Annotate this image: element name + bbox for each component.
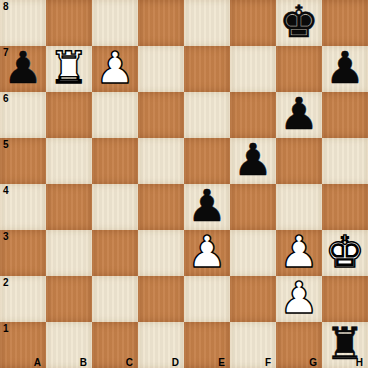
square-e6[interactable]: [184, 92, 230, 138]
square-a2[interactable]: 2: [0, 276, 46, 322]
square-h4[interactable]: [322, 184, 368, 230]
file-label-e: E: [218, 357, 225, 368]
square-g5[interactable]: [276, 138, 322, 184]
square-b4[interactable]: [46, 184, 92, 230]
square-f1[interactable]: F: [230, 322, 276, 368]
square-d1[interactable]: D: [138, 322, 184, 368]
square-a5[interactable]: 5: [0, 138, 46, 184]
square-a1[interactable]: 1A: [0, 322, 46, 368]
rank-label-2: 2: [3, 277, 9, 288]
square-h7[interactable]: ♟: [322, 46, 368, 92]
square-h6[interactable]: [322, 92, 368, 138]
black-pawn[interactable]: ♟: [3, 46, 42, 91]
square-d5[interactable]: [138, 138, 184, 184]
square-f5[interactable]: ♟: [230, 138, 276, 184]
square-d8[interactable]: [138, 0, 184, 46]
square-c7[interactable]: ♟: [92, 46, 138, 92]
square-f6[interactable]: [230, 92, 276, 138]
square-g2[interactable]: ♟: [276, 276, 322, 322]
square-a4[interactable]: 4: [0, 184, 46, 230]
square-c4[interactable]: [92, 184, 138, 230]
square-c6[interactable]: [92, 92, 138, 138]
square-d4[interactable]: [138, 184, 184, 230]
rank-label-1: 1: [3, 323, 9, 334]
square-g8[interactable]: ♚: [276, 0, 322, 46]
square-e8[interactable]: [184, 0, 230, 46]
square-c5[interactable]: [92, 138, 138, 184]
chess-board: 8♚7♟♜♟♟6♟5♟4♟3♟♟♚2♟1ABCDEFGH♜: [0, 0, 368, 368]
black-pawn[interactable]: ♟: [325, 46, 364, 91]
square-b3[interactable]: [46, 230, 92, 276]
square-b6[interactable]: [46, 92, 92, 138]
square-f3[interactable]: [230, 230, 276, 276]
rank-label-6: 6: [3, 93, 9, 104]
square-a8[interactable]: 8: [0, 0, 46, 46]
white-pawn[interactable]: ♟: [187, 230, 226, 275]
square-f2[interactable]: [230, 276, 276, 322]
square-f8[interactable]: [230, 0, 276, 46]
square-c8[interactable]: [92, 0, 138, 46]
black-pawn[interactable]: ♟: [279, 92, 318, 137]
square-h2[interactable]: [322, 276, 368, 322]
file-label-a: A: [34, 357, 41, 368]
square-c1[interactable]: C: [92, 322, 138, 368]
square-g6[interactable]: ♟: [276, 92, 322, 138]
square-b5[interactable]: [46, 138, 92, 184]
square-e2[interactable]: [184, 276, 230, 322]
white-pawn[interactable]: ♟: [95, 46, 134, 91]
square-e1[interactable]: E: [184, 322, 230, 368]
square-b1[interactable]: B: [46, 322, 92, 368]
square-g1[interactable]: G: [276, 322, 322, 368]
rank-label-5: 5: [3, 139, 9, 150]
square-a3[interactable]: 3: [0, 230, 46, 276]
file-label-g: G: [309, 357, 317, 368]
square-e7[interactable]: [184, 46, 230, 92]
file-label-b: B: [80, 357, 87, 368]
square-d3[interactable]: [138, 230, 184, 276]
rank-label-4: 4: [3, 185, 9, 196]
file-label-f: F: [265, 357, 271, 368]
square-e4[interactable]: ♟: [184, 184, 230, 230]
square-h1[interactable]: H♜: [322, 322, 368, 368]
square-c2[interactable]: [92, 276, 138, 322]
square-c3[interactable]: [92, 230, 138, 276]
square-g3[interactable]: ♟: [276, 230, 322, 276]
rank-label-3: 3: [3, 231, 9, 242]
square-h5[interactable]: [322, 138, 368, 184]
square-g4[interactable]: [276, 184, 322, 230]
white-king[interactable]: ♚: [325, 230, 364, 275]
square-e5[interactable]: [184, 138, 230, 184]
file-label-d: D: [172, 357, 179, 368]
black-rook[interactable]: ♜: [325, 322, 364, 367]
file-label-c: C: [126, 357, 133, 368]
black-pawn[interactable]: ♟: [187, 184, 226, 229]
square-f7[interactable]: [230, 46, 276, 92]
square-d2[interactable]: [138, 276, 184, 322]
square-d6[interactable]: [138, 92, 184, 138]
square-d7[interactable]: [138, 46, 184, 92]
square-b7[interactable]: ♜: [46, 46, 92, 92]
square-b8[interactable]: [46, 0, 92, 46]
square-h3[interactable]: ♚: [322, 230, 368, 276]
black-king[interactable]: ♚: [279, 0, 318, 45]
square-f4[interactable]: [230, 184, 276, 230]
square-a7[interactable]: 7♟: [0, 46, 46, 92]
square-e3[interactable]: ♟: [184, 230, 230, 276]
square-h8[interactable]: [322, 0, 368, 46]
square-b2[interactable]: [46, 276, 92, 322]
white-pawn[interactable]: ♟: [279, 230, 318, 275]
white-rook[interactable]: ♜: [49, 46, 88, 91]
square-a6[interactable]: 6: [0, 92, 46, 138]
black-pawn[interactable]: ♟: [233, 138, 272, 183]
white-pawn[interactable]: ♟: [279, 276, 318, 321]
rank-label-8: 8: [3, 1, 9, 12]
square-g7[interactable]: [276, 46, 322, 92]
